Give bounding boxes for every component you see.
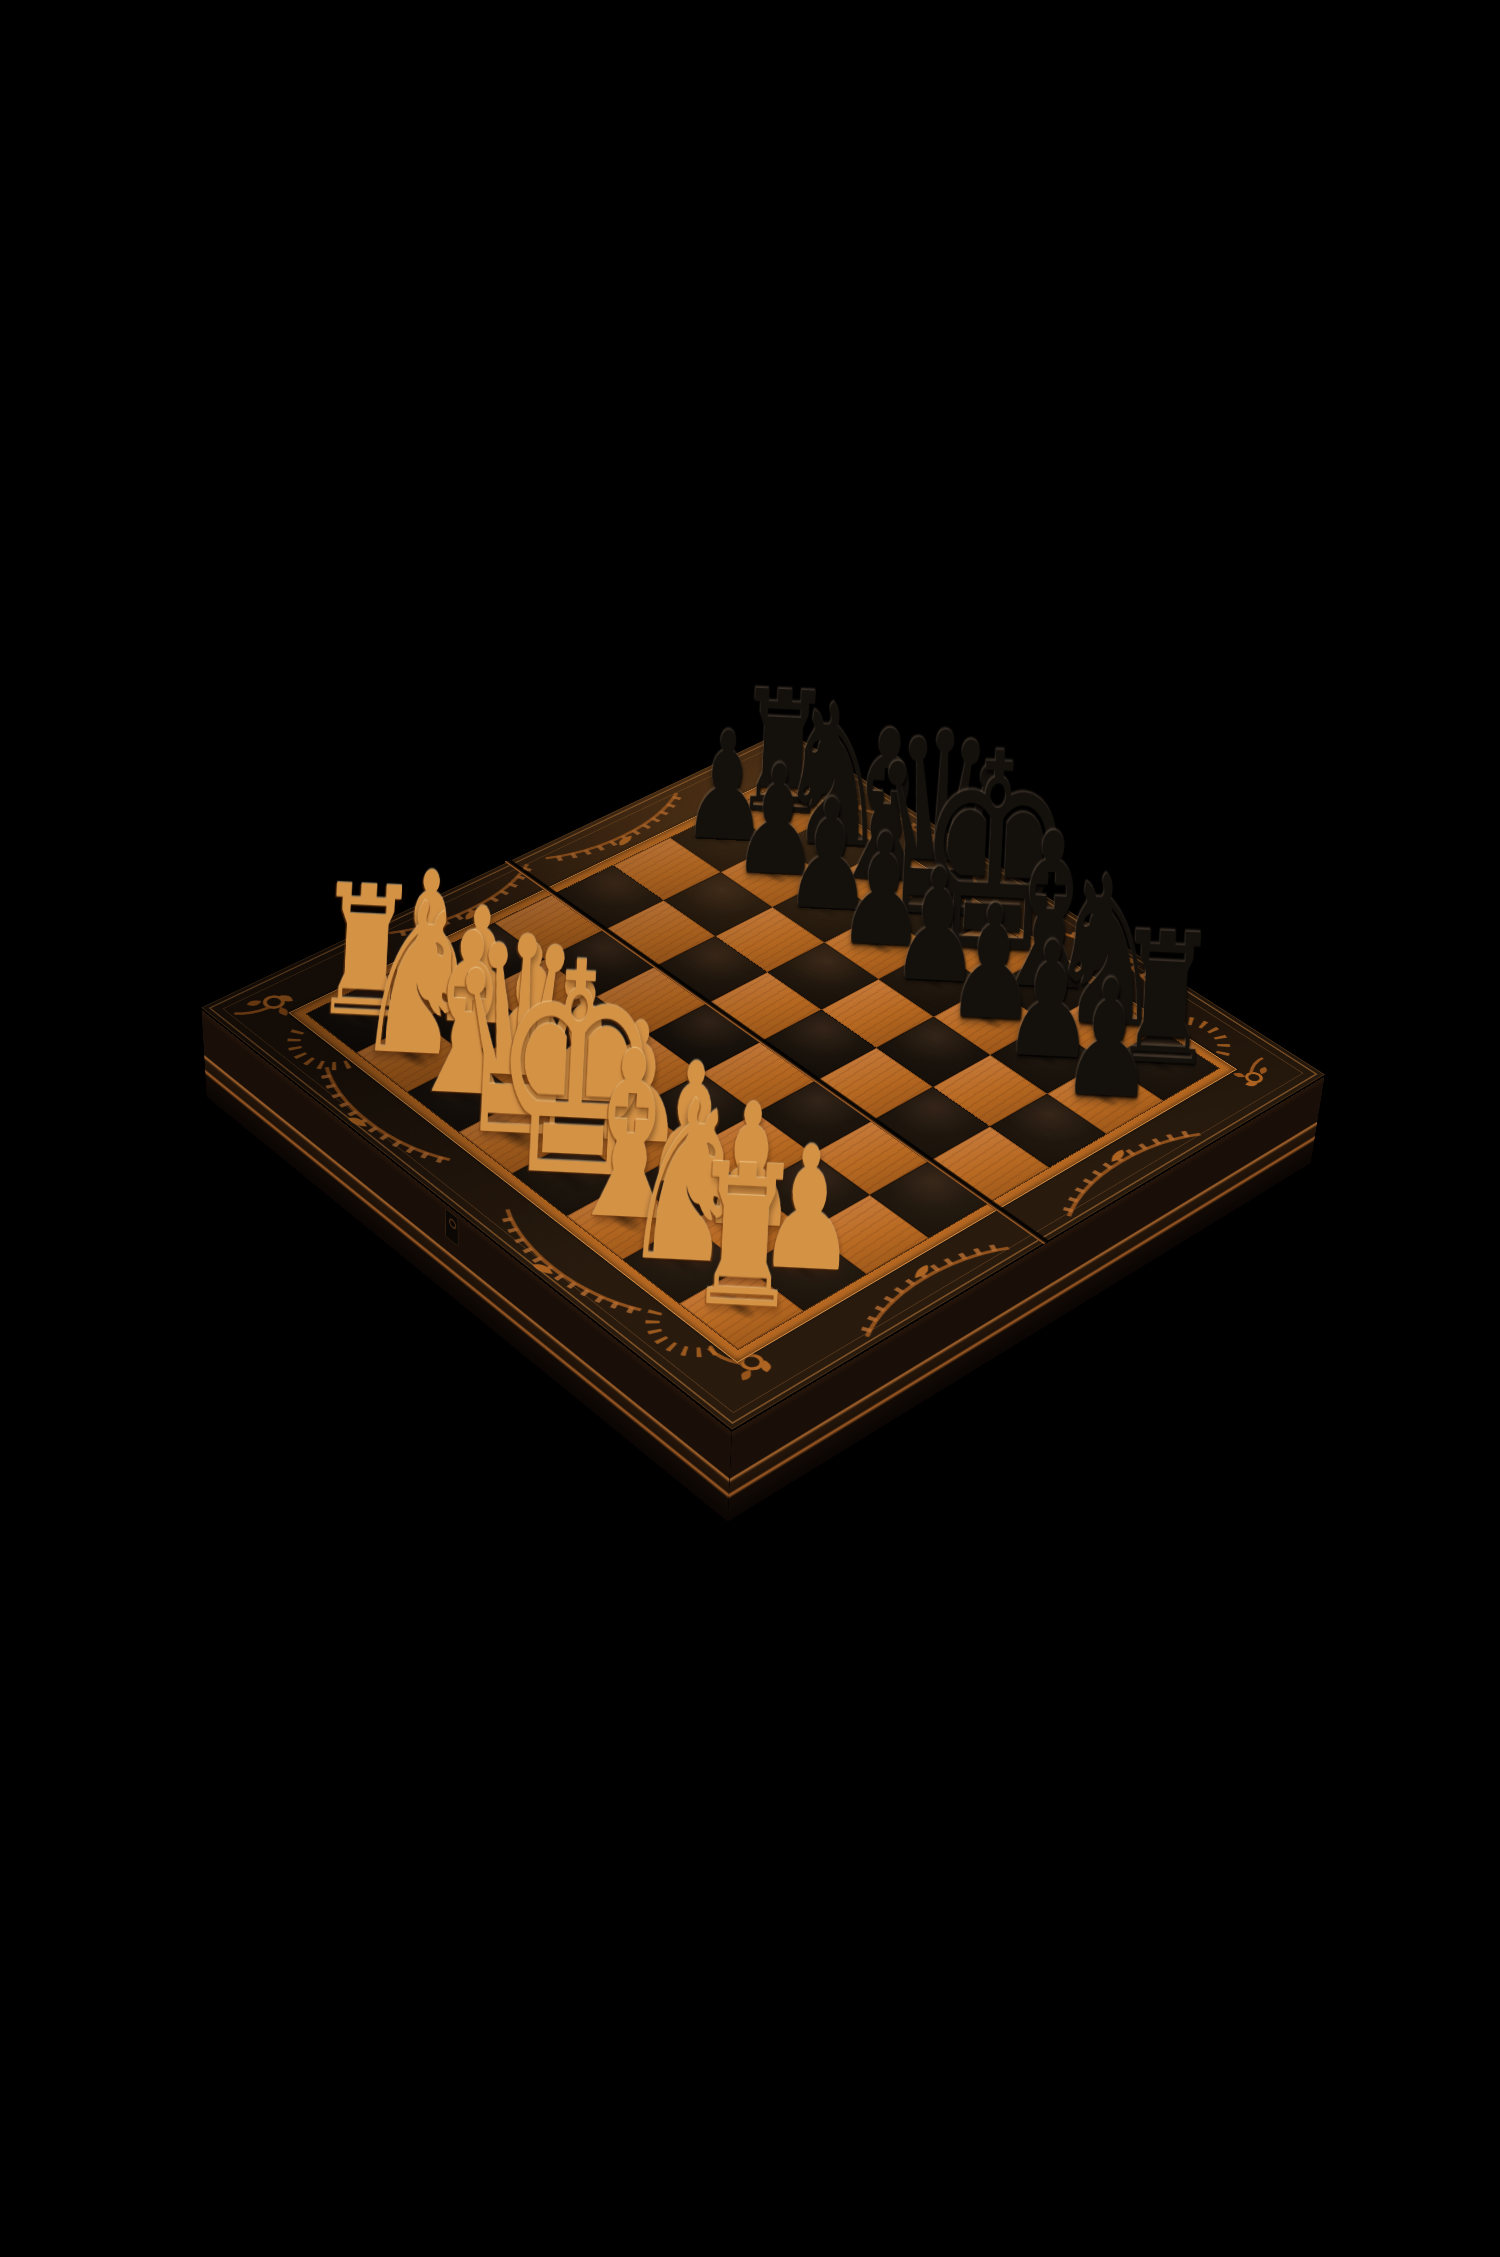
photo-background: ♜♞♝♛♚♝♞♜♟♟♟♟♟♟♟♟♟♟♟♟♟♟♟♟♜♞♝♛♚♝♞♜ [0,0,1500,2257]
folding-chess-board: ♜♞♝♛♚♝♞♜♟♟♟♟♟♟♟♟♟♟♟♟♟♟♟♟♜♞♝♛♚♝♞♜ [198,729,1327,1432]
white-rook[interactable]: ♜ [684,1138,805,1338]
carved-border: ♜♞♝♛♚♝♞♜♟♟♟♟♟♟♟♟♟♟♟♟♟♟♟♟♜♞♝♛♚♝♞♜ [198,729,1327,1432]
black-pawn[interactable]: ♟ [1058,957,1159,1122]
latch [445,1208,459,1247]
